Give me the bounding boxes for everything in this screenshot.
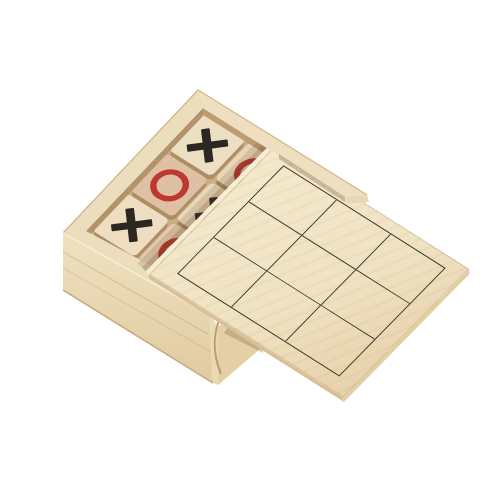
product-photo-scene — [0, 0, 500, 500]
finger-notch — [215, 312, 223, 374]
corner-post — [210, 315, 218, 385]
wall-bottom-edge — [63, 290, 213, 383]
